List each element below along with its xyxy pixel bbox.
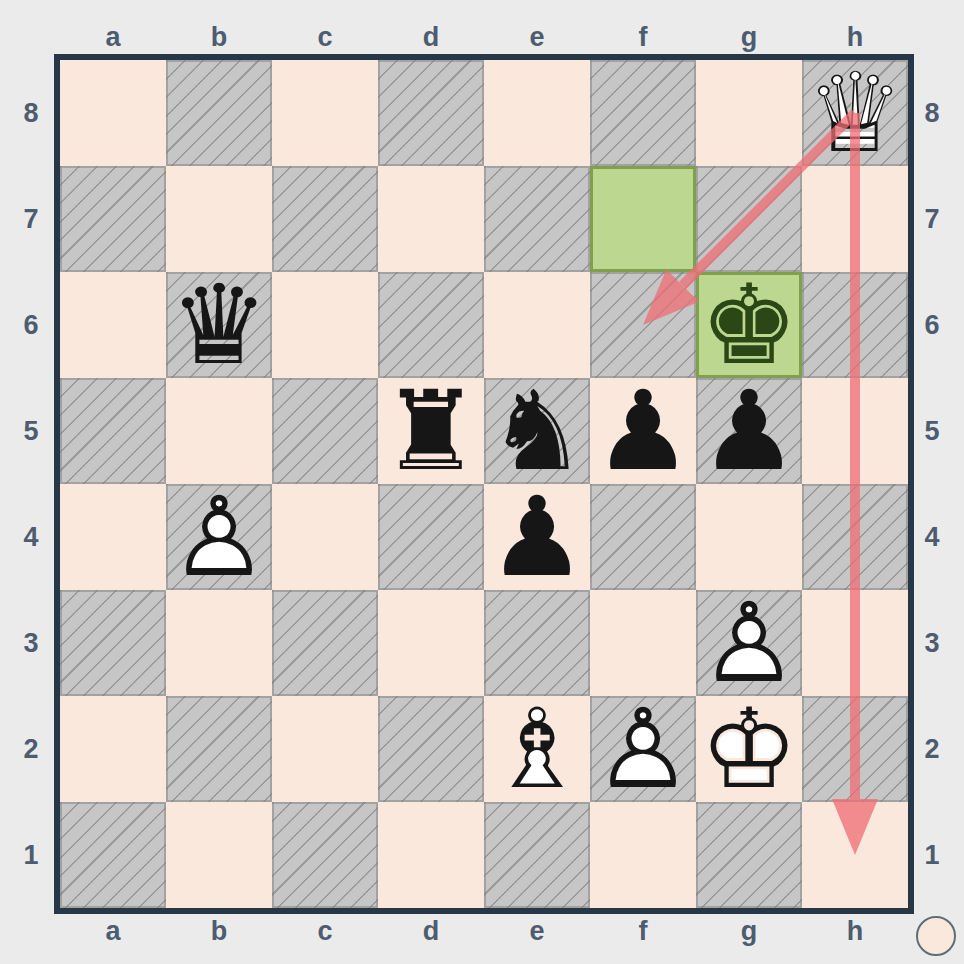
square-g1[interactable] [696, 802, 802, 908]
square-g7[interactable] [696, 166, 802, 272]
black-pawn-glyph: ♟ [696, 378, 802, 484]
rank-label-left-5: 5 [11, 416, 51, 446]
file-label-bottom-c: c [305, 916, 345, 946]
file-label-top-d: d [411, 22, 451, 52]
piece-white-pawn-g3[interactable]: ♟♙ [696, 590, 802, 696]
rank-label-right-3: 3 [912, 628, 952, 658]
square-e8[interactable] [484, 60, 590, 166]
square-c1[interactable] [272, 802, 378, 908]
square-b4[interactable]: ♟♙ [166, 484, 272, 590]
square-f3[interactable] [590, 590, 696, 696]
square-f7[interactable] [590, 166, 696, 272]
piece-white-king-g2[interactable]: ♚♔ [696, 696, 802, 802]
square-g3[interactable]: ♟♙ [696, 590, 802, 696]
rank-label-left-1: 1 [11, 840, 51, 870]
rank-label-right-5: 5 [912, 416, 952, 446]
square-h2[interactable] [802, 696, 908, 802]
rank-label-right-2: 2 [912, 734, 952, 764]
square-e7[interactable] [484, 166, 590, 272]
square-d1[interactable] [378, 802, 484, 908]
square-c3[interactable] [272, 590, 378, 696]
black-knight-glyph: ♞ [484, 378, 590, 484]
file-label-top-a: a [93, 22, 133, 52]
file-label-bottom-e: e [517, 916, 557, 946]
chess-board: ♛♕♛♚♜♞♟♟♟♙♟♟♙♝♗♟♙♚♔ [54, 54, 914, 914]
white-king-glyph: ♔ [696, 696, 802, 802]
square-a4[interactable] [60, 484, 166, 590]
white-queen-glyph: ♕ [802, 60, 908, 166]
square-c5[interactable] [272, 378, 378, 484]
square-h3[interactable] [802, 590, 908, 696]
file-label-top-c: c [305, 22, 345, 52]
black-king-glyph: ♚ [696, 272, 802, 378]
file-label-bottom-g: g [729, 916, 769, 946]
piece-black-pawn-g5[interactable]: ♟ [696, 378, 802, 484]
piece-black-pawn-f5[interactable]: ♟ [590, 378, 696, 484]
piece-black-knight-e5[interactable]: ♞ [484, 378, 590, 484]
file-label-top-e: e [517, 22, 557, 52]
square-a6[interactable] [60, 272, 166, 378]
white-bishop-glyph: ♗ [484, 696, 590, 802]
rank-label-left-3: 3 [11, 628, 51, 658]
square-c8[interactable] [272, 60, 378, 166]
square-g4[interactable] [696, 484, 802, 590]
square-h8[interactable]: ♛♕ [802, 60, 908, 166]
side-to-move-indicator [916, 916, 956, 956]
file-label-top-g: g [729, 22, 769, 52]
square-d3[interactable] [378, 590, 484, 696]
square-b7[interactable] [166, 166, 272, 272]
square-f5[interactable]: ♟ [590, 378, 696, 484]
piece-black-rook-d5[interactable]: ♜ [378, 378, 484, 484]
file-label-bottom-h: h [835, 916, 875, 946]
square-a8[interactable] [60, 60, 166, 166]
rank-label-left-4: 4 [11, 522, 51, 552]
piece-white-bishop-e2[interactable]: ♝♗ [484, 696, 590, 802]
square-d5[interactable]: ♜ [378, 378, 484, 484]
square-f8[interactable] [590, 60, 696, 166]
file-label-top-h: h [835, 22, 875, 52]
white-pawn-glyph: ♙ [166, 484, 272, 590]
square-a3[interactable] [60, 590, 166, 696]
rank-label-left-7: 7 [11, 204, 51, 234]
square-h4[interactable] [802, 484, 908, 590]
file-label-bottom-d: d [411, 916, 451, 946]
rank-label-left-2: 2 [11, 734, 51, 764]
black-pawn-glyph: ♟ [484, 484, 590, 590]
square-g6[interactable]: ♚ [696, 272, 802, 378]
rank-label-right-8: 8 [912, 98, 952, 128]
rank-label-right-7: 7 [912, 204, 952, 234]
square-b6[interactable]: ♛ [166, 272, 272, 378]
square-g2[interactable]: ♚♔ [696, 696, 802, 802]
square-d7[interactable] [378, 166, 484, 272]
square-h1[interactable] [802, 802, 908, 908]
square-e6[interactable] [484, 272, 590, 378]
square-f1[interactable] [590, 802, 696, 908]
square-b2[interactable] [166, 696, 272, 802]
square-d6[interactable] [378, 272, 484, 378]
square-f6[interactable] [590, 272, 696, 378]
square-g5[interactable]: ♟ [696, 378, 802, 484]
file-label-top-b: b [199, 22, 239, 52]
square-h5[interactable] [802, 378, 908, 484]
rank-label-left-6: 6 [11, 310, 51, 340]
square-f2[interactable]: ♟♙ [590, 696, 696, 802]
square-h6[interactable] [802, 272, 908, 378]
piece-white-pawn-f2[interactable]: ♟♙ [590, 696, 696, 802]
square-b8[interactable] [166, 60, 272, 166]
black-pawn-glyph: ♟ [590, 378, 696, 484]
chess-diagram: abcdefgh abcdefgh 87654321 87654321 ♛♕♛♚… [0, 0, 964, 964]
square-e3[interactable] [484, 590, 590, 696]
rank-label-right-6: 6 [912, 310, 952, 340]
file-label-bottom-f: f [623, 916, 663, 946]
file-label-bottom-a: a [93, 916, 133, 946]
white-pawn-glyph: ♙ [590, 696, 696, 802]
square-e5[interactable]: ♞ [484, 378, 590, 484]
piece-white-queen-h8[interactable]: ♛♕ [802, 60, 908, 166]
black-rook-glyph: ♜ [378, 378, 484, 484]
square-e4[interactable]: ♟ [484, 484, 590, 590]
piece-black-queen-b6[interactable]: ♛ [166, 272, 272, 378]
rank-label-left-8: 8 [11, 98, 51, 128]
square-h7[interactable] [802, 166, 908, 272]
square-b5[interactable] [166, 378, 272, 484]
square-b1[interactable] [166, 802, 272, 908]
file-label-top-f: f [623, 22, 663, 52]
square-d8[interactable] [378, 60, 484, 166]
square-b3[interactable] [166, 590, 272, 696]
square-c7[interactable] [272, 166, 378, 272]
rank-label-right-1: 1 [912, 840, 952, 870]
square-d4[interactable] [378, 484, 484, 590]
piece-black-king-g6[interactable]: ♚ [696, 272, 802, 378]
square-e1[interactable] [484, 802, 590, 908]
square-a5[interactable] [60, 378, 166, 484]
rank-label-right-4: 4 [912, 522, 952, 552]
white-pawn-glyph: ♙ [696, 590, 802, 696]
square-d2[interactable] [378, 696, 484, 802]
square-c6[interactable] [272, 272, 378, 378]
square-c2[interactable] [272, 696, 378, 802]
square-f4[interactable] [590, 484, 696, 590]
file-label-bottom-b: b [199, 916, 239, 946]
square-c4[interactable] [272, 484, 378, 590]
square-g8[interactable] [696, 60, 802, 166]
square-a2[interactable] [60, 696, 166, 802]
piece-black-pawn-e4[interactable]: ♟ [484, 484, 590, 590]
square-e2[interactable]: ♝♗ [484, 696, 590, 802]
square-a7[interactable] [60, 166, 166, 272]
black-queen-glyph: ♛ [166, 272, 272, 378]
square-a1[interactable] [60, 802, 166, 908]
piece-white-pawn-b4[interactable]: ♟♙ [166, 484, 272, 590]
